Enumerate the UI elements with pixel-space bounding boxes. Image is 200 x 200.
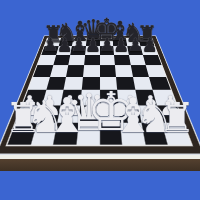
chess-scene: ♜♞♝♛♚♝♞♜♟♟♟♟♟♟♟♟♟♟♟♟♟♟♟♟♜♞♝♛♚♝♞♜: [0, 0, 200, 200]
square-h5[interactable]: [146, 65, 166, 77]
board-front-edge-wood: [0, 159, 200, 171]
square-c5[interactable]: [66, 65, 84, 77]
square-c6[interactable]: [69, 55, 85, 65]
square-d6[interactable]: [84, 55, 100, 65]
piece-white-rook-h1[interactable]: ♜: [158, 98, 195, 139]
square-d5[interactable]: [83, 65, 100, 77]
square-e6[interactable]: [100, 55, 116, 65]
piece-black-pawn-h7[interactable]: ♟: [141, 36, 157, 54]
square-h6[interactable]: [143, 55, 161, 65]
square-e5[interactable]: [100, 65, 117, 77]
